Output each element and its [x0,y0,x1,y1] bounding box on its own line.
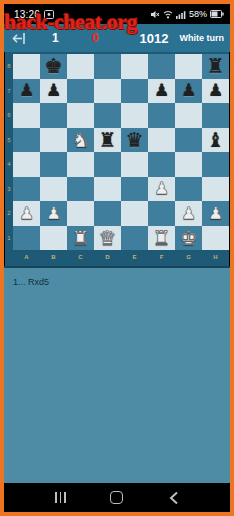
square-a6[interactable] [13,103,40,128]
square-c5[interactable]: ♞ [67,128,94,153]
square-h5[interactable]: ♝ [202,128,229,153]
white-pawn-f3[interactable]: ♟ [154,180,169,197]
file-label-g: G [175,250,202,264]
white-queen-d1[interactable]: ♛ [99,228,117,248]
square-h7[interactable]: ♟ [202,79,229,104]
square-d3[interactable] [94,177,121,202]
square-d6[interactable] [94,103,121,128]
rank-label-1: 1 [5,226,13,251]
square-f1[interactable]: ♜ [148,226,175,251]
wifi-icon [163,10,173,19]
white-pawn-g2[interactable]: ♟ [181,205,196,222]
board-squares: ♚♜♟♟♟♟♟♞♜♛♝♟♟♟♟♟♜♛♜♚ [13,54,229,250]
square-h4[interactable] [202,152,229,177]
square-c6[interactable] [67,103,94,128]
square-c7[interactable] [67,79,94,104]
file-label-c: C [67,250,94,264]
square-a1[interactable] [13,226,40,251]
file-label-b: B [40,250,67,264]
file-label-f: F [148,250,175,264]
square-g8[interactable] [175,54,202,79]
rating-value: 1012 [140,31,169,46]
square-f3[interactable]: ♟ [148,177,175,202]
file-labels: ABCDEFGH [13,250,229,264]
turn-indicator: White turn [180,33,225,43]
black-pawn-f7[interactable]: ♟ [154,82,169,99]
black-queen-e5[interactable]: ♛ [126,130,144,150]
square-c4[interactable] [67,152,94,177]
white-pawn-h2[interactable]: ♟ [208,205,223,222]
home-icon[interactable] [107,490,127,506]
square-b4[interactable] [40,152,67,177]
file-label-a: A [13,250,40,264]
square-a8[interactable] [13,54,40,79]
rank-label-5: 5 [5,128,13,153]
white-rook-f1[interactable]: ♜ [153,228,171,248]
white-king-g1[interactable]: ♚ [180,228,198,248]
battery-icon [210,10,224,18]
move-list-panel[interactable]: 1... Rxd5 [4,266,230,483]
black-bishop-h5[interactable]: ♝ [207,130,225,150]
square-b8[interactable]: ♚ [40,54,67,79]
square-h1[interactable] [202,226,229,251]
square-e4[interactable] [121,152,148,177]
chess-board: 87654321 ♚♜♟♟♟♟♟♞♜♛♝♟♟♟♟♟♜♛♜♚ ABCDEFGH [5,52,229,266]
square-b1[interactable] [40,226,67,251]
square-g3[interactable] [175,177,202,202]
black-pawn-h7[interactable]: ♟ [208,82,223,99]
file-label-d: D [94,250,121,264]
white-pawn-a2[interactable]: ♟ [19,205,34,222]
square-f7[interactable]: ♟ [148,79,175,104]
file-label-e: E [121,250,148,264]
square-e6[interactable] [121,103,148,128]
phone-screen: 13:26 58% 1 0 1012 White turn [0,0,234,516]
mute-icon [151,10,160,19]
square-g2[interactable]: ♟ [175,201,202,226]
rank-label-6: 6 [5,103,13,128]
square-a7[interactable]: ♟ [13,79,40,104]
rank-label-3: 3 [5,177,13,202]
square-c1[interactable]: ♜ [67,226,94,251]
square-a4[interactable] [13,152,40,177]
black-pawn-g7[interactable]: ♟ [181,82,196,99]
back-icon[interactable] [164,490,184,506]
square-b5[interactable] [40,128,67,153]
rank-label-7: 7 [5,79,13,104]
black-pawn-a7[interactable]: ♟ [19,82,34,99]
white-pawn-b2[interactable]: ♟ [46,205,61,222]
rank-label-8: 8 [5,54,13,79]
square-c3[interactable] [67,177,94,202]
square-b3[interactable] [40,177,67,202]
square-h3[interactable] [202,177,229,202]
black-rook-d5[interactable]: ♜ [99,130,117,150]
file-label-h: H [202,250,229,264]
watermark-text: hack-cheat.org [4,9,137,35]
square-a2[interactable]: ♟ [13,201,40,226]
square-h6[interactable] [202,103,229,128]
recents-icon[interactable] [50,490,70,506]
square-c2[interactable] [67,201,94,226]
cell-signal-icon [176,10,186,19]
square-c8[interactable] [67,54,94,79]
square-f2[interactable] [148,201,175,226]
square-g7[interactable]: ♟ [175,79,202,104]
square-e5[interactable]: ♛ [121,128,148,153]
move-annotation: 1... Rxd5 [4,268,230,287]
rank-labels: 87654321 [5,54,13,250]
square-e7[interactable] [121,79,148,104]
square-h8[interactable]: ♜ [202,54,229,79]
square-e2[interactable] [121,201,148,226]
square-f8[interactable] [148,54,175,79]
square-a5[interactable] [13,128,40,153]
square-g6[interactable] [175,103,202,128]
square-e8[interactable] [121,54,148,79]
square-d8[interactable] [94,54,121,79]
square-b6[interactable] [40,103,67,128]
square-f5[interactable] [148,128,175,153]
square-f6[interactable] [148,103,175,128]
black-king-b8[interactable]: ♚ [45,56,63,76]
square-d7[interactable] [94,79,121,104]
white-rook-c1[interactable]: ♜ [72,228,90,248]
black-rook-h8[interactable]: ♜ [207,56,225,76]
android-nav-bar [4,483,230,512]
square-g4[interactable] [175,152,202,177]
square-e1[interactable] [121,226,148,251]
square-h2[interactable]: ♟ [202,201,229,226]
square-d2[interactable] [94,201,121,226]
square-d5[interactable]: ♜ [94,128,121,153]
battery-percent: 58% [189,9,207,19]
square-b2[interactable]: ♟ [40,201,67,226]
square-g5[interactable] [175,128,202,153]
black-pawn-b7[interactable]: ♟ [46,82,61,99]
square-d1[interactable]: ♛ [94,226,121,251]
white-knight-c5[interactable]: ♞ [72,130,90,150]
square-a3[interactable] [13,177,40,202]
rank-label-4: 4 [5,152,13,177]
square-d4[interactable] [94,152,121,177]
square-f4[interactable] [148,152,175,177]
square-b7[interactable]: ♟ [40,79,67,104]
square-e3[interactable] [121,177,148,202]
square-g1[interactable]: ♚ [175,226,202,251]
rank-label-2: 2 [5,201,13,226]
